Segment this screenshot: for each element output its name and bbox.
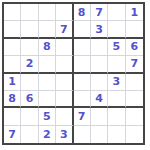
cell-r1c8[interactable]: 1 [126, 4, 143, 21]
cell-r5c2[interactable] [21, 74, 38, 91]
cell-r7c2[interactable] [21, 108, 38, 125]
cell-r4c8[interactable]: 7 [126, 56, 143, 73]
cell-r6c8[interactable] [126, 91, 143, 108]
cell-r7c7[interactable] [108, 108, 125, 125]
cell-r8c1[interactable]: 7 [4, 126, 21, 143]
cell-r8c2[interactable] [21, 126, 38, 143]
cell-r4c7[interactable] [108, 56, 125, 73]
cell-r2c1[interactable] [4, 21, 21, 38]
cell-r4c5[interactable] [74, 56, 91, 73]
cell-r7c3[interactable]: 5 [39, 108, 56, 125]
cell-r3c4[interactable] [56, 39, 73, 56]
cell-r3c6[interactable] [91, 39, 108, 56]
cell-r4c4[interactable] [56, 56, 73, 73]
cell-r1c7[interactable] [108, 4, 125, 21]
cell-r6c4[interactable] [56, 91, 73, 108]
cell-r4c3[interactable] [39, 56, 56, 73]
cell-r8c3[interactable]: 2 [39, 126, 56, 143]
cell-r5c5[interactable] [74, 74, 91, 91]
cell-r6c1[interactable]: 8 [4, 91, 21, 108]
cell-r6c6[interactable]: 4 [91, 91, 108, 108]
cell-r4c6[interactable] [91, 56, 108, 73]
cell-r7c8[interactable] [126, 108, 143, 125]
cell-r5c3[interactable] [39, 74, 56, 91]
cell-r1c2[interactable] [21, 4, 38, 21]
cell-r1c3[interactable] [39, 4, 56, 21]
cell-r7c5[interactable]: 7 [74, 108, 91, 125]
cell-r1c5[interactable]: 8 [74, 4, 91, 21]
cell-r5c8[interactable] [126, 74, 143, 91]
cell-r8c7[interactable] [108, 126, 125, 143]
cell-r1c6[interactable]: 7 [91, 4, 108, 21]
sudoku-board: 87173856271386457723 [2, 2, 145, 145]
cell-r2c8[interactable] [126, 21, 143, 38]
cell-r6c2[interactable]: 6 [21, 91, 38, 108]
cell-r3c1[interactable] [4, 39, 21, 56]
cell-r8c4[interactable]: 3 [56, 126, 73, 143]
cell-r3c3[interactable]: 8 [39, 39, 56, 56]
cell-r1c1[interactable] [4, 4, 21, 21]
cell-r2c7[interactable] [108, 21, 125, 38]
cell-r3c5[interactable] [74, 39, 91, 56]
cell-r3c7[interactable]: 5 [108, 39, 125, 56]
cell-r2c3[interactable] [39, 21, 56, 38]
cell-r8c5[interactable] [74, 126, 91, 143]
cell-r7c6[interactable] [91, 108, 108, 125]
cell-r2c4[interactable]: 7 [56, 21, 73, 38]
cell-r6c3[interactable] [39, 91, 56, 108]
cell-r6c7[interactable] [108, 91, 125, 108]
cell-r2c6[interactable]: 3 [91, 21, 108, 38]
cell-r3c2[interactable] [21, 39, 38, 56]
cell-r4c2[interactable]: 2 [21, 56, 38, 73]
cell-r1c4[interactable] [56, 4, 73, 21]
cell-r3c8[interactable]: 6 [126, 39, 143, 56]
cell-r2c2[interactable] [21, 21, 38, 38]
cell-r4c1[interactable] [4, 56, 21, 73]
cell-r8c6[interactable] [91, 126, 108, 143]
cell-r7c1[interactable] [4, 108, 21, 125]
cell-r5c7[interactable]: 3 [108, 74, 125, 91]
cell-r5c4[interactable] [56, 74, 73, 91]
cell-r2c5[interactable] [74, 21, 91, 38]
cell-r7c4[interactable] [56, 108, 73, 125]
cell-r6c5[interactable] [74, 91, 91, 108]
cell-r5c1[interactable]: 1 [4, 74, 21, 91]
cell-r8c8[interactable] [126, 126, 143, 143]
cell-r5c6[interactable] [91, 74, 108, 91]
